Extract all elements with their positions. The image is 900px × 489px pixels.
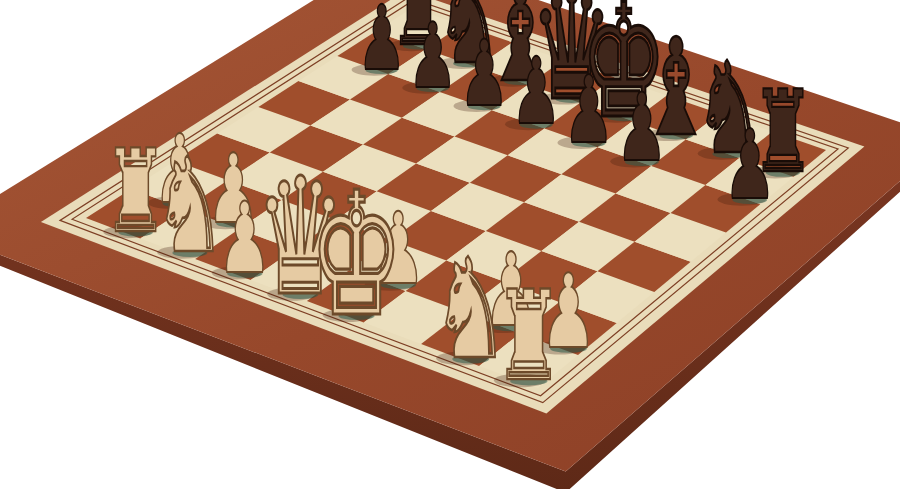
black-pawn-glyph: ♟ [459,21,510,127]
white-king-glyph: ♚ [309,155,404,355]
piece-black-pawn-e7[interactable]: ♟ [558,55,615,163]
black-pawn-glyph: ♟ [357,0,407,90]
black-pawn-glyph: ♟ [723,109,776,221]
white-rook-glyph: ♜ [494,264,563,408]
piece-black-pawn-b7[interactable]: ♟ [402,3,457,109]
product-photo-canvas: ♜♞♟♝♟♛♟♚♟♝♟♞♟♜♟♟♟♜♞♟♟♛♚♟♟♞♜ [0,0,900,489]
white-knight-glyph: ♞ [154,130,227,283]
chess-board-photo: ♜♞♟♝♟♛♟♚♟♝♟♞♟♜♟♟♟♜♞♟♟♛♚♟♟♞♜ [0,0,900,489]
black-pawn-glyph: ♟ [616,72,668,181]
piece-white-rook-h1[interactable]: ♜ [494,264,563,408]
piece-black-pawn-d7[interactable]: ♟ [505,38,562,145]
black-pawn-glyph: ♟ [408,3,458,109]
piece-white-knight-b1[interactable]: ♞ [154,130,227,283]
black-pawn-glyph: ♟ [563,55,615,163]
piece-white-king-e1[interactable]: ♚ [309,155,404,355]
piece-black-pawn-h7[interactable]: ♟ [718,109,777,221]
piece-black-pawn-a7[interactable]: ♟ [352,0,407,90]
black-pawn-glyph: ♟ [511,38,562,145]
piece-black-pawn-f7[interactable]: ♟ [610,72,668,181]
piece-black-pawn-c7[interactable]: ♟ [454,21,510,127]
